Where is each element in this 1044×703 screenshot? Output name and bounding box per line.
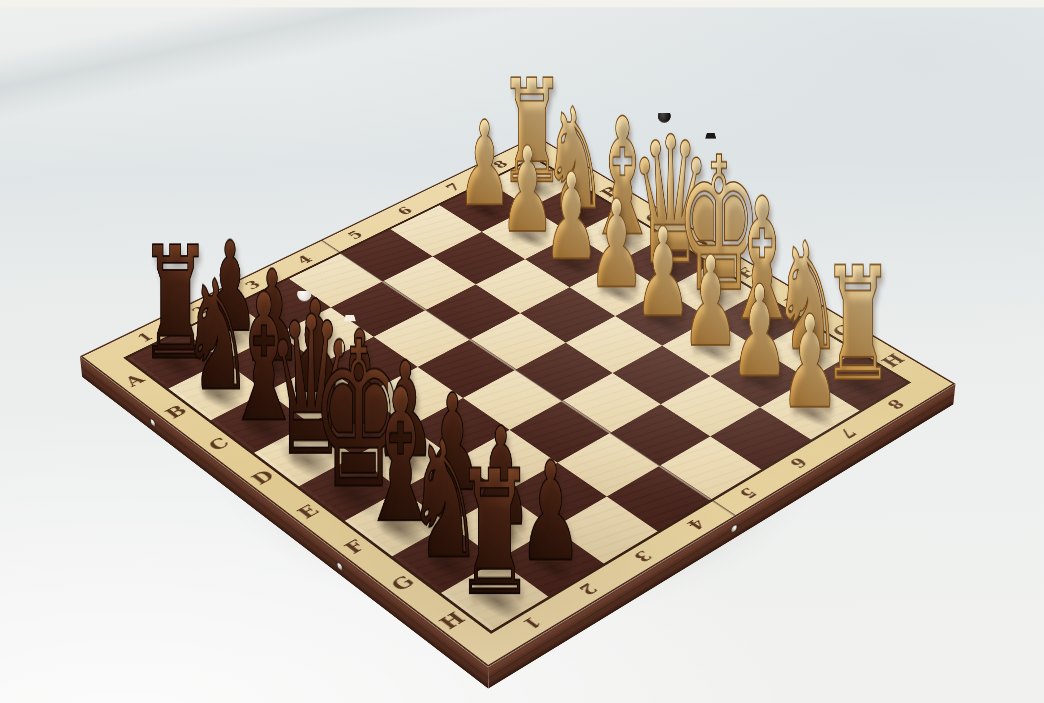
file-label-near-a: A: [119, 371, 148, 390]
chess-piece-glyph: ♜: [454, 447, 534, 619]
hinge-screw: [150, 418, 155, 427]
square-h4[interactable]: [607, 466, 710, 531]
file-label-near-e: E: [292, 501, 323, 522]
square-g6[interactable]: [661, 376, 760, 436]
rank-label-left-5: 5: [344, 228, 367, 241]
tablecloth: AABBCCDDEEFFGGHH1122334455667788 ♜♞♝♛♚♝♞…: [0, 0, 1044, 703]
square-h5[interactable]: [659, 436, 761, 500]
piece-light-pawn-h7[interactable]: ♟: [773, 298, 847, 426]
file-label-near-c: C: [203, 434, 234, 454]
rank-label-right-4: 4: [683, 516, 710, 533]
square-h6[interactable]: [710, 407, 811, 469]
rank-label-left-6: 6: [394, 204, 417, 217]
rank-label-right-8: 8: [883, 396, 909, 412]
rank-label-right-2: 2: [575, 580, 602, 598]
file-label-near-f: F: [339, 536, 370, 557]
rank-label-right-5: 5: [735, 485, 761, 502]
square-g5[interactable]: [610, 404, 710, 466]
scene: AABBCCDDEEFFGGHH1122334455667788 ♜♞♝♛♚♝♞…: [0, 0, 1044, 703]
rank-label-right-6: 6: [786, 454, 812, 470]
rank-label-right-1: 1: [519, 614, 546, 633]
king-cone-finial: [344, 300, 356, 320]
piece-dark-rook-h1[interactable]: ♜: [454, 447, 534, 619]
rank-label-right-7: 7: [835, 425, 861, 441]
hinge-screw: [337, 562, 342, 571]
queen-ball-finial: [297, 287, 311, 302]
file-label-near-d: D: [246, 466, 279, 487]
hinge-screw: [732, 524, 738, 533]
chess-piece-glyph: ♟: [773, 298, 847, 426]
square-f5[interactable]: [562, 373, 661, 433]
file-label-near-b: B: [160, 402, 191, 422]
file-label-near-g: G: [385, 571, 419, 594]
queen-ball-finial: [658, 109, 671, 122]
rank-label-right-3: 3: [630, 547, 657, 565]
chessboard: AABBCCDDEEFFGGHH1122334455667788 ♜♞♝♛♚♝♞…: [80, 136, 956, 667]
king-cone-finial: [705, 119, 716, 137]
